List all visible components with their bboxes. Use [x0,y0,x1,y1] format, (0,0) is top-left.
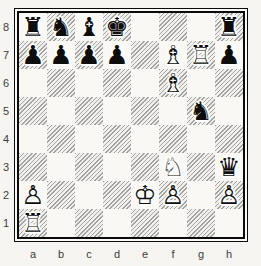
rank-label-4: 4 [0,125,12,153]
square-d7[interactable]: ♟ [103,41,131,69]
piece-black-rook: ♜ [21,13,44,41]
piece-white-rook: ♖ [189,41,212,69]
square-b1[interactable] [47,209,75,237]
square-c8[interactable]: ♝ [75,13,103,41]
piece-white-pawn: ♙ [21,181,44,209]
piece-black-pawn: ♟ [105,41,128,69]
rank-label-6: 6 [0,69,12,97]
square-c2[interactable] [75,181,103,209]
rank-label-8: 8 [0,13,12,41]
piece-white-rook: ♖ [21,209,44,237]
piece-black-pawn: ♟ [21,41,44,69]
square-g1[interactable] [187,209,215,237]
file-label-h: h [215,246,243,262]
file-label-d: d [103,246,131,262]
piece-black-pawn: ♟ [49,41,72,69]
piece-black-knight: ♞ [49,13,72,41]
square-h3[interactable]: ♛ [215,153,243,181]
file-label-e: e [131,246,159,262]
square-g8[interactable] [187,13,215,41]
square-g2[interactable] [187,181,215,209]
square-d8[interactable]: ♚ [103,13,131,41]
piece-white-king: ♔ [133,181,156,209]
file-label-g: g [187,246,215,262]
rank-label-5: 5 [0,97,12,125]
square-d3[interactable] [103,153,131,181]
square-g5[interactable]: ♞ [187,97,215,125]
chess-board: ♜♞♝♚♜♟♟♟♟♗♖♟♗♞♘♛♙♔♙♙♖ [19,13,243,237]
square-h8[interactable]: ♜ [215,13,243,41]
chess-diagram: 87654321 ♜♞♝♚♜♟♟♟♟♗♖♟♗♞♘♛♙♔♙♙♖ abcdefgh [0,0,261,266]
piece-white-pawn: ♙ [217,181,240,209]
rank-label-1: 1 [0,209,12,237]
square-a8[interactable]: ♜ [19,13,47,41]
square-e5[interactable] [131,97,159,125]
square-b6[interactable] [47,69,75,97]
file-label-a: a [19,246,47,262]
piece-black-queen: ♛ [217,153,240,181]
square-g3[interactable] [187,153,215,181]
square-a3[interactable] [19,153,47,181]
piece-white-pawn: ♙ [161,181,184,209]
square-h4[interactable] [215,125,243,153]
piece-black-bishop: ♝ [77,13,100,41]
square-e3[interactable] [131,153,159,181]
square-g7[interactable]: ♖ [187,41,215,69]
square-f3[interactable]: ♘ [159,153,187,181]
square-d1[interactable] [103,209,131,237]
board-frame: ♜♞♝♚♜♟♟♟♟♗♖♟♗♞♘♛♙♔♙♙♖ [14,8,248,242]
piece-white-knight: ♘ [161,153,184,181]
square-b3[interactable] [47,153,75,181]
piece-black-pawn: ♟ [77,41,100,69]
square-f2[interactable]: ♙ [159,181,187,209]
square-e2[interactable]: ♔ [131,181,159,209]
square-d6[interactable] [103,69,131,97]
board-inner-border: ♜♞♝♚♜♟♟♟♟♗♖♟♗♞♘♛♙♔♙♙♖ [17,11,245,239]
square-e4[interactable] [131,125,159,153]
rank-label-7: 7 [0,41,12,69]
square-c5[interactable] [75,97,103,125]
square-a7[interactable]: ♟ [19,41,47,69]
piece-white-bishop: ♗ [161,69,184,97]
square-e1[interactable] [131,209,159,237]
square-c3[interactable] [75,153,103,181]
square-h1[interactable] [215,209,243,237]
file-label-b: b [47,246,75,262]
square-d2[interactable] [103,181,131,209]
square-b2[interactable] [47,181,75,209]
square-f4[interactable] [159,125,187,153]
file-label-f: f [159,246,187,262]
square-h5[interactable] [215,97,243,125]
piece-black-knight: ♞ [189,97,212,125]
square-d5[interactable] [103,97,131,125]
square-f8[interactable] [159,13,187,41]
piece-black-pawn: ♟ [217,41,240,69]
square-c6[interactable] [75,69,103,97]
square-b7[interactable]: ♟ [47,41,75,69]
square-h2[interactable]: ♙ [215,181,243,209]
piece-black-rook: ♜ [217,13,240,41]
square-a1[interactable]: ♖ [19,209,47,237]
piece-white-bishop: ♗ [161,41,184,69]
rank-label-2: 2 [0,181,12,209]
square-b8[interactable]: ♞ [47,13,75,41]
square-d4[interactable] [103,125,131,153]
square-a5[interactable] [19,97,47,125]
square-c4[interactable] [75,125,103,153]
square-e8[interactable] [131,13,159,41]
square-f6[interactable]: ♗ [159,69,187,97]
square-f1[interactable] [159,209,187,237]
square-h6[interactable] [215,69,243,97]
square-e7[interactable] [131,41,159,69]
square-b5[interactable] [47,97,75,125]
square-c1[interactable] [75,209,103,237]
square-a4[interactable] [19,125,47,153]
file-label-c: c [75,246,103,262]
square-c7[interactable]: ♟ [75,41,103,69]
rank-label-3: 3 [0,153,12,181]
square-h7[interactable]: ♟ [215,41,243,69]
square-a2[interactable]: ♙ [19,181,47,209]
square-b4[interactable] [47,125,75,153]
square-a6[interactable] [19,69,47,97]
square-e6[interactable] [131,69,159,97]
square-g4[interactable] [187,125,215,153]
square-f7[interactable]: ♗ [159,41,187,69]
square-f5[interactable] [159,97,187,125]
square-g6[interactable] [187,69,215,97]
piece-black-king: ♚ [105,13,128,41]
